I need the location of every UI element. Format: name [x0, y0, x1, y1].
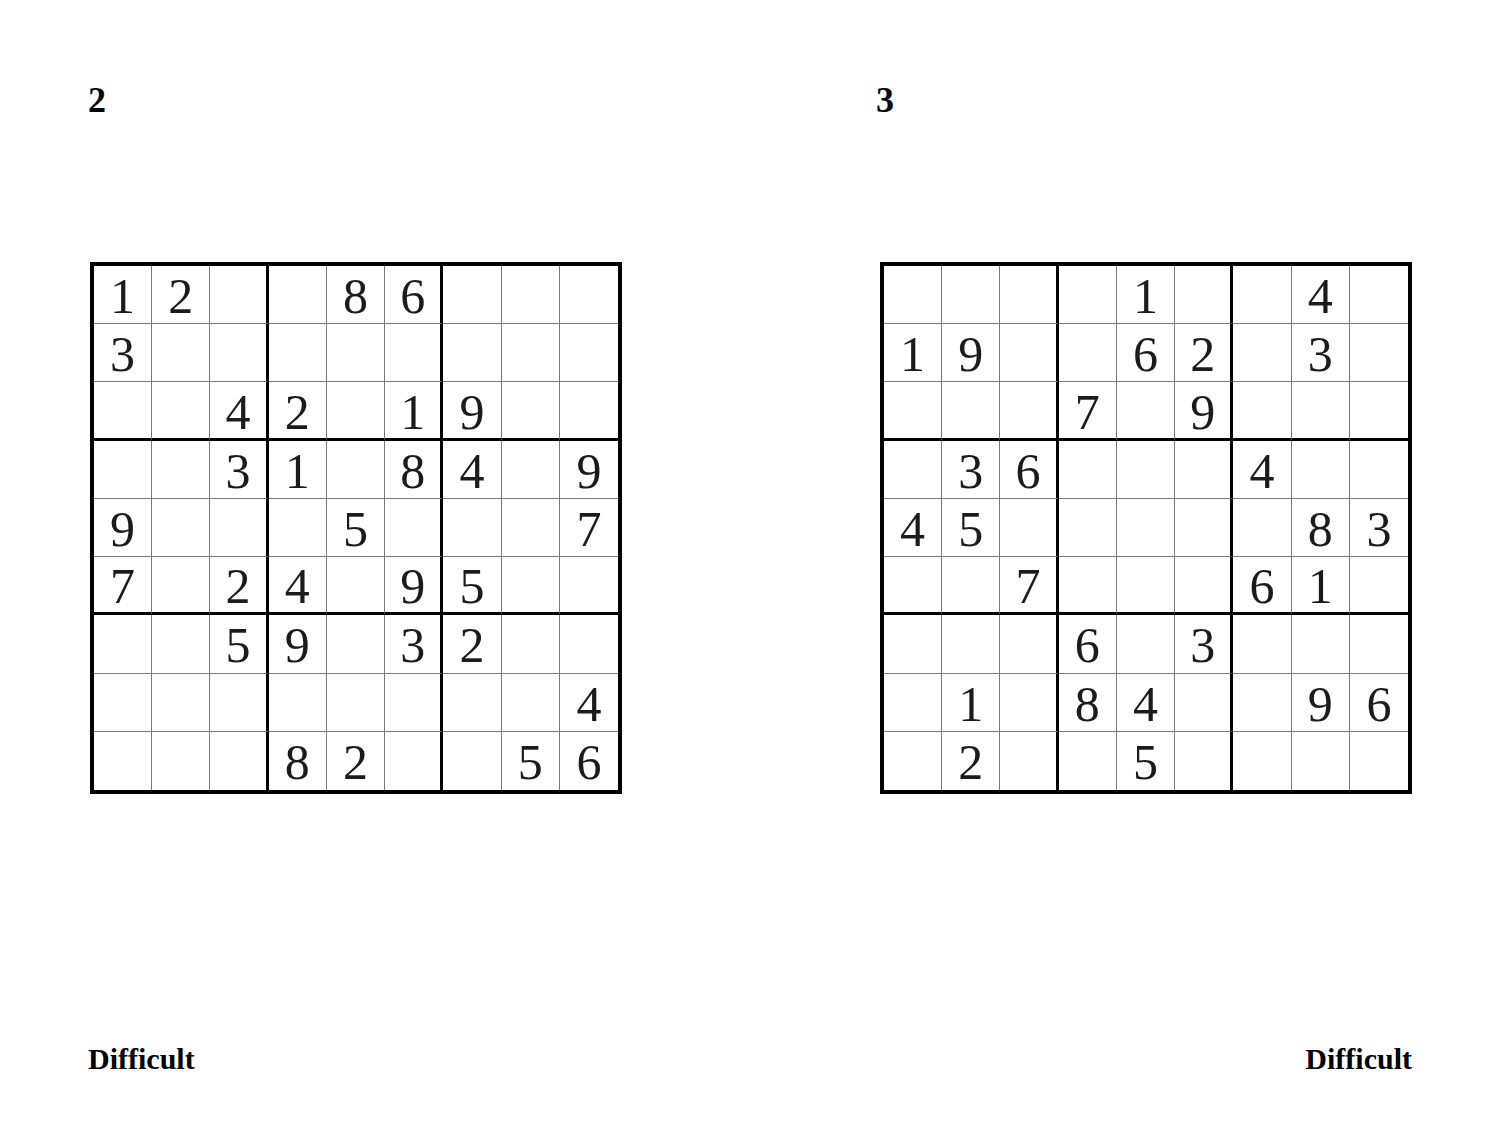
sudoku-cell-r1c2: 2 [152, 266, 210, 324]
sudoku-cell-r2c5: 6 [1117, 324, 1175, 382]
sudoku-cell-r9c3 [1000, 732, 1058, 790]
sudoku-cell-r3c5 [1117, 382, 1175, 440]
sudoku-cell-r7c5 [327, 615, 385, 673]
sudoku-cell-r8c9: 6 [1350, 674, 1408, 732]
sudoku-cell-r9c3 [210, 732, 268, 790]
sudoku-cell-r2c9 [560, 324, 618, 382]
sudoku-cell-r7c2 [942, 615, 1000, 673]
sudoku-cell-r5c1: 9 [94, 499, 152, 557]
sudoku-cell-r1c6: 6 [385, 266, 443, 324]
sudoku-cell-r8c4 [269, 674, 327, 732]
sudoku-cell-r8c5 [327, 674, 385, 732]
sudoku-cell-r7c8 [1292, 615, 1350, 673]
sudoku-cell-r8c2: 1 [942, 674, 1000, 732]
sudoku-cell-r9c1 [94, 732, 152, 790]
sudoku-cell-r8c2 [152, 674, 210, 732]
sudoku-cell-r7c6: 3 [385, 615, 443, 673]
sudoku-cell-r1c2 [942, 266, 1000, 324]
sudoku-cell-r8c7 [1233, 674, 1291, 732]
sudoku-cell-r4c2 [152, 441, 210, 499]
sudoku-cell-r1c5: 1 [1117, 266, 1175, 324]
sudoku-cell-r1c9 [1350, 266, 1408, 324]
sudoku-cell-r9c2 [152, 732, 210, 790]
sudoku-cell-r6c4 [1059, 557, 1117, 615]
sudoku-cell-r3c6: 9 [1175, 382, 1233, 440]
sudoku-cell-r1c3 [1000, 266, 1058, 324]
sudoku-cell-r6c9 [560, 557, 618, 615]
sudoku-cell-r3c8 [502, 382, 560, 440]
sudoku-cell-r2c1: 3 [94, 324, 152, 382]
sudoku-cell-r3c4: 7 [1059, 382, 1117, 440]
sudoku-cell-r1c1: 1 [94, 266, 152, 324]
sudoku-cell-r4c4 [1059, 441, 1117, 499]
sudoku-cell-r7c5 [1117, 615, 1175, 673]
sudoku-cell-r7c4: 9 [269, 615, 327, 673]
sudoku-cell-r7c1 [884, 615, 942, 673]
sudoku-cell-r6c2 [942, 557, 1000, 615]
sudoku-cell-r1c8 [502, 266, 560, 324]
sudoku-cell-r1c4 [269, 266, 327, 324]
sudoku-cell-r4c9: 9 [560, 441, 618, 499]
sudoku-cell-r2c1: 1 [884, 324, 942, 382]
sudoku-cell-r8c8 [502, 674, 560, 732]
sudoku-cell-r8c4: 8 [1059, 674, 1117, 732]
sudoku-cell-r5c6 [385, 499, 443, 557]
sudoku-cell-r3c9 [560, 382, 618, 440]
sudoku-cell-r4c1 [884, 441, 942, 499]
sudoku-cell-r2c3 [210, 324, 268, 382]
sudoku-cell-r1c6 [1175, 266, 1233, 324]
page-number-right: 3 [876, 82, 894, 118]
sudoku-cell-r3c6: 1 [385, 382, 443, 440]
sudoku-cell-r8c6 [1175, 674, 1233, 732]
sudoku-cell-r5c1: 4 [884, 499, 942, 557]
sudoku-cell-r3c3 [1000, 382, 1058, 440]
sudoku-cell-r7c7 [1233, 615, 1291, 673]
sudoku-cell-r8c9: 4 [560, 674, 618, 732]
sudoku-cell-r1c8: 4 [1292, 266, 1350, 324]
sudoku-cell-r2c6 [385, 324, 443, 382]
sudoku-cell-r1c7 [1233, 266, 1291, 324]
sudoku-board-left: 1286342193184995772495593248256 [90, 262, 622, 794]
sudoku-cell-r2c8 [502, 324, 560, 382]
sudoku-cell-r6c1 [884, 557, 942, 615]
sudoku-cell-r8c6 [385, 674, 443, 732]
sudoku-cell-r2c7 [443, 324, 501, 382]
sudoku-cell-r4c1 [94, 441, 152, 499]
sudoku-cell-r9c5: 5 [1117, 732, 1175, 790]
sudoku-cell-r7c8 [502, 615, 560, 673]
sudoku-cell-r6c1: 7 [94, 557, 152, 615]
sudoku-cell-r9c6 [385, 732, 443, 790]
sudoku-cell-r1c7 [443, 266, 501, 324]
sudoku-cell-r1c4 [1059, 266, 1117, 324]
sudoku-cell-r7c9 [1350, 615, 1408, 673]
sudoku-cell-r7c6: 3 [1175, 615, 1233, 673]
sudoku-cell-r5c9: 7 [560, 499, 618, 557]
sudoku-cell-r3c7: 9 [443, 382, 501, 440]
sudoku-cell-r9c7 [1233, 732, 1291, 790]
sudoku-cell-r4c7: 4 [1233, 441, 1291, 499]
sudoku-cell-r8c8: 9 [1292, 674, 1350, 732]
sudoku-cell-r4c8 [1292, 441, 1350, 499]
sudoku-cell-r3c7 [1233, 382, 1291, 440]
sudoku-cell-r5c4 [269, 499, 327, 557]
sudoku-cell-r3c4: 2 [269, 382, 327, 440]
sudoku-cell-r5c2 [152, 499, 210, 557]
sudoku-cell-r2c6: 2 [1175, 324, 1233, 382]
sudoku-cell-r9c8: 5 [502, 732, 560, 790]
sudoku-cell-r7c1 [94, 615, 152, 673]
sudoku-cell-r4c4: 1 [269, 441, 327, 499]
sudoku-cell-r1c5: 8 [327, 266, 385, 324]
sudoku-cell-r7c3 [1000, 615, 1058, 673]
sudoku-cell-r8c5: 4 [1117, 674, 1175, 732]
sudoku-cell-r1c3 [210, 266, 268, 324]
sudoku-cell-r2c3 [1000, 324, 1058, 382]
sudoku-cell-r3c8 [1292, 382, 1350, 440]
sudoku-cell-r4c2: 3 [942, 441, 1000, 499]
sudoku-cell-r1c9 [560, 266, 618, 324]
sudoku-cell-r6c7: 5 [443, 557, 501, 615]
sudoku-cell-r5c5 [1117, 499, 1175, 557]
sudoku-cell-r7c9 [560, 615, 618, 673]
sudoku-cell-r6c6: 9 [385, 557, 443, 615]
sudoku-cell-r7c2 [152, 615, 210, 673]
sudoku-cell-r4c9 [1350, 441, 1408, 499]
sudoku-cell-r2c4 [1059, 324, 1117, 382]
sudoku-cell-r2c2 [152, 324, 210, 382]
sudoku-cell-r2c5 [327, 324, 385, 382]
sudoku-cell-r9c4 [1059, 732, 1117, 790]
sudoku-cell-r3c1 [94, 382, 152, 440]
sudoku-cell-r5c2: 5 [942, 499, 1000, 557]
sudoku-cell-r6c6 [1175, 557, 1233, 615]
sudoku-cell-r2c8: 3 [1292, 324, 1350, 382]
sudoku-cell-r9c9 [1350, 732, 1408, 790]
sudoku-cell-r9c8 [1292, 732, 1350, 790]
sudoku-cell-r7c4: 6 [1059, 615, 1117, 673]
sudoku-cell-r3c1 [884, 382, 942, 440]
sudoku-cell-r5c7 [443, 499, 501, 557]
sudoku-cell-r7c7: 2 [443, 615, 501, 673]
sudoku-cell-r2c9 [1350, 324, 1408, 382]
sudoku-cell-r6c2 [152, 557, 210, 615]
sudoku-cell-r6c3: 2 [210, 557, 268, 615]
sudoku-cell-r5c7 [1233, 499, 1291, 557]
sudoku-cell-r5c8 [502, 499, 560, 557]
sudoku-cell-r8c3 [210, 674, 268, 732]
sudoku-board-right: 1419623793644583761631849625 [880, 262, 1412, 794]
sudoku-cell-r3c5 [327, 382, 385, 440]
sudoku-cell-r8c1 [884, 674, 942, 732]
sudoku-cell-r5c4 [1059, 499, 1117, 557]
sudoku-cell-r5c9: 3 [1350, 499, 1408, 557]
sudoku-cell-r6c5 [1117, 557, 1175, 615]
sudoku-cell-r4c6: 8 [385, 441, 443, 499]
sudoku-cell-r6c8: 1 [1292, 557, 1350, 615]
sudoku-cell-r9c9: 6 [560, 732, 618, 790]
sudoku-cell-r8c3 [1000, 674, 1058, 732]
sudoku-cell-r3c9 [1350, 382, 1408, 440]
sudoku-cell-r6c9 [1350, 557, 1408, 615]
sudoku-cell-r3c2 [942, 382, 1000, 440]
sudoku-cell-r9c5: 2 [327, 732, 385, 790]
sudoku-cell-r6c8 [502, 557, 560, 615]
sudoku-cell-r5c3 [1000, 499, 1058, 557]
sudoku-cell-r2c2: 9 [942, 324, 1000, 382]
sudoku-cell-r3c3: 4 [210, 382, 268, 440]
sudoku-cell-r8c7 [443, 674, 501, 732]
sudoku-cell-r6c3: 7 [1000, 557, 1058, 615]
sudoku-cell-r5c6 [1175, 499, 1233, 557]
difficulty-label-right: Difficult [880, 1042, 1412, 1075]
sudoku-cell-r6c4: 4 [269, 557, 327, 615]
sudoku-cell-r4c8 [502, 441, 560, 499]
sudoku-cell-r6c5 [327, 557, 385, 615]
sudoku-cell-r5c8: 8 [1292, 499, 1350, 557]
sudoku-cell-r8c1 [94, 674, 152, 732]
sudoku-cell-r7c3: 5 [210, 615, 268, 673]
sudoku-cell-r2c4 [269, 324, 327, 382]
sudoku-cell-r2c7 [1233, 324, 1291, 382]
sudoku-cell-r5c5: 5 [327, 499, 385, 557]
sudoku-cell-r3c2 [152, 382, 210, 440]
sudoku-cell-r4c7: 4 [443, 441, 501, 499]
sudoku-cell-r9c7 [443, 732, 501, 790]
sudoku-cell-r4c6 [1175, 441, 1233, 499]
sudoku-cell-r4c5 [327, 441, 385, 499]
sudoku-cell-r4c3: 3 [210, 441, 268, 499]
page-number-left: 2 [88, 82, 106, 118]
sudoku-cell-r9c6 [1175, 732, 1233, 790]
sudoku-cell-r9c4: 8 [269, 732, 327, 790]
sudoku-cell-r9c1 [884, 732, 942, 790]
sudoku-cell-r4c3: 6 [1000, 441, 1058, 499]
sudoku-cell-r4c5 [1117, 441, 1175, 499]
sudoku-cell-r1c1 [884, 266, 942, 324]
sudoku-cell-r5c3 [210, 499, 268, 557]
sudoku-cell-r9c2: 2 [942, 732, 1000, 790]
difficulty-label-left: Difficult [88, 1042, 195, 1075]
sudoku-cell-r6c7: 6 [1233, 557, 1291, 615]
